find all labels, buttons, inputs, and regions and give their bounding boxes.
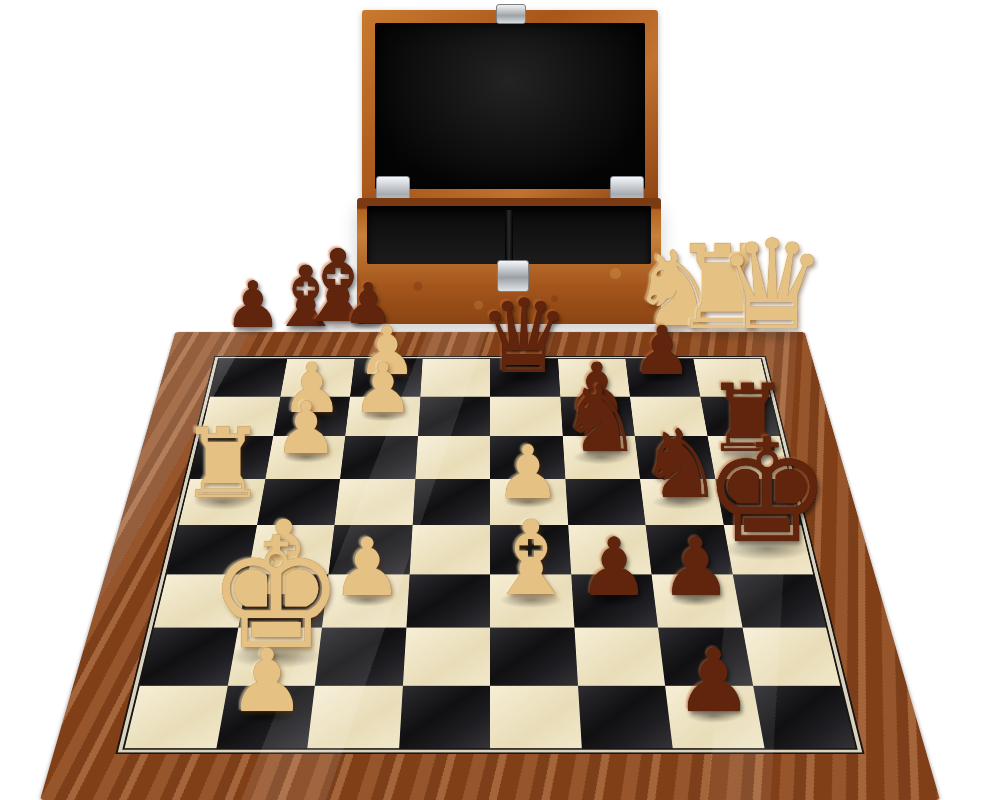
square-h3[interactable] [732,574,826,627]
square-c1[interactable] [307,685,402,748]
square-h2[interactable] [742,628,840,686]
square-d7[interactable] [418,396,490,436]
square-d1[interactable] [399,685,490,748]
square-c6[interactable] [340,436,418,479]
piece-white-pawn-b6[interactable]: ♟ [274,392,339,464]
piece-dark-knight-f6[interactable]: ♞ [560,374,642,466]
square-d5[interactable] [412,479,490,525]
piece-white-rook-a5[interactable]: ♜ [180,415,267,512]
piece-white-pawn-b1[interactable]: ♟ [228,638,306,725]
box-divider [505,210,513,260]
square-d6[interactable] [415,436,490,479]
square-c5[interactable] [334,479,415,525]
product-photo-scene: ♟♝♝♟♞♜♛ ♟♛♟♟♟♟♟♞♜♜♟♞♚♝♟♝♟♟♚♟♟ [0,0,1000,800]
piece-dark-pawn-f3[interactable]: ♟ [578,528,650,608]
piece-dark-pawn-g3[interactable]: ♟ [660,528,732,608]
square-a1[interactable] [125,685,228,748]
piece-white-bishop-e3[interactable]: ♝ [485,507,577,610]
box-lid [362,10,658,200]
square-h1[interactable] [753,685,856,748]
piece-dark-queen-e8[interactable]: ♛ [478,286,569,388]
piece-dark-pawn-g1[interactable]: ♟ [675,638,753,725]
square-d2[interactable] [402,628,490,686]
piece-white-queen-captured[interactable]: ♛ [716,223,827,347]
square-e2[interactable] [490,628,578,686]
latch-keeper-icon [496,4,526,24]
box-cavity [367,206,651,264]
piece-white-pawn-c7[interactable]: ♟ [352,354,414,423]
square-e1[interactable] [490,685,581,748]
box-lid-felt-interior [375,23,645,189]
square-f1[interactable] [578,685,673,748]
square-d3[interactable] [406,574,490,627]
square-f2[interactable] [574,628,665,686]
square-d4[interactable] [409,525,490,574]
